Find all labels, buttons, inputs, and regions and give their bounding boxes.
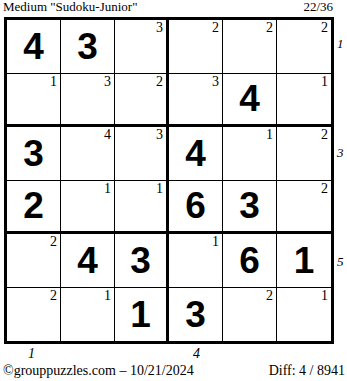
cell-r3c1[interactable]: 3 — [7, 127, 61, 181]
given-digit: 6 — [239, 242, 260, 279]
given-digit: 4 — [77, 242, 98, 279]
pencil-digit: 1 — [212, 235, 219, 250]
pencil-digit: 2 — [50, 235, 57, 250]
cell-r2c5[interactable]: 4 — [223, 74, 277, 128]
row-label-5: 5 — [337, 254, 344, 270]
cell-r5c3[interactable]: 3 — [115, 234, 169, 288]
pencil-digit: 3 — [104, 75, 111, 90]
pencil-digit: 2 — [212, 21, 219, 36]
pencil-digit: 2 — [266, 21, 273, 36]
pencil-digit: 3 — [156, 128, 163, 143]
cell-r1c6[interactable]: 2 — [277, 20, 331, 74]
cell-r2c1[interactable]: 1 — [7, 74, 61, 128]
cell-r4c6[interactable]: 2 — [277, 181, 331, 235]
row-label-1: 1 — [337, 36, 344, 52]
cell-r1c4[interactable]: 2 — [169, 20, 223, 74]
pencil-digit: 1 — [321, 75, 328, 90]
pencil-digit: 2 — [321, 128, 328, 143]
given-digit: 3 — [130, 242, 151, 279]
cell-r2c4[interactable]: 3 — [169, 74, 223, 128]
given-digit: 4 — [23, 28, 44, 65]
given-digit: 3 — [239, 187, 260, 224]
cell-r6c3[interactable]: 1 — [115, 288, 169, 342]
cell-r5c6[interactable]: 1 — [277, 234, 331, 288]
pencil-digit: 1 — [321, 289, 328, 304]
col-label-4: 4 — [193, 346, 200, 362]
pencil-digit: 1 — [50, 75, 57, 90]
pencil-digit: 1 — [104, 182, 111, 197]
pencil-digit: 1 — [156, 182, 163, 197]
cell-r3c5[interactable]: 1 — [223, 127, 277, 181]
cell-r5c2[interactable]: 4 — [61, 234, 115, 288]
page-title: Medium "Sudoku-Junior" — [3, 0, 137, 15]
given-digit: 2 — [23, 187, 44, 224]
board: 433222132341343412211632243161211321 — [4, 17, 334, 344]
col-label-1: 1 — [28, 346, 35, 362]
cell-r4c5[interactable]: 3 — [223, 181, 277, 235]
pencil-digit: 3 — [156, 21, 163, 36]
cell-r3c6[interactable]: 2 — [277, 127, 331, 181]
cell-r2c2[interactable]: 3 — [61, 74, 115, 128]
pencil-digit: 1 — [266, 128, 273, 143]
given-digit: 1 — [130, 296, 151, 333]
cell-r5c1[interactable]: 2 — [7, 234, 61, 288]
cell-r5c4[interactable]: 1 — [169, 234, 223, 288]
pencil-digit: 2 — [321, 182, 328, 197]
pencil-digit: 4 — [104, 128, 111, 143]
cell-r6c4[interactable]: 3 — [169, 288, 223, 342]
given-digit: 4 — [239, 80, 260, 117]
pencil-digit: 2 — [50, 289, 57, 304]
cell-r6c6[interactable]: 1 — [277, 288, 331, 342]
cell-r2c6[interactable]: 1 — [277, 74, 331, 128]
col-labels: 14 — [4, 346, 334, 363]
cell-r2c3[interactable]: 2 — [115, 74, 169, 128]
cell-r1c1[interactable]: 4 — [7, 20, 61, 74]
cell-r1c5[interactable]: 2 — [223, 20, 277, 74]
cell-r5c5[interactable]: 6 — [223, 234, 277, 288]
footer: ©grouppuzzles.com – 10/21/2024 Diff: 4 /… — [3, 363, 345, 379]
given-digit: 3 — [23, 135, 44, 172]
cell-r3c2[interactable]: 4 — [61, 127, 115, 181]
row-labels: 135 — [337, 17, 347, 344]
difficulty-text: Diff: 4 / 8941 — [269, 363, 345, 379]
copyright-text: ©grouppuzzles.com – 10/21/2024 — [3, 363, 194, 379]
pencil-digit: 1 — [104, 289, 111, 304]
pencil-digit: 2 — [321, 21, 328, 36]
cell-r6c2[interactable]: 1 — [61, 288, 115, 342]
cell-r1c2[interactable]: 3 — [61, 20, 115, 74]
given-digit: 6 — [185, 187, 206, 224]
cell-r4c3[interactable]: 1 — [115, 181, 169, 235]
given-digit: 3 — [77, 28, 98, 65]
solve-counter: 22/36 — [303, 0, 333, 15]
cell-r4c1[interactable]: 2 — [7, 181, 61, 235]
puzzle-page: Medium "Sudoku-Junior" 22/36 43322213234… — [0, 0, 347, 381]
given-digit: 4 — [185, 135, 206, 172]
pencil-digit: 3 — [212, 75, 219, 90]
cell-r1c3[interactable]: 3 — [115, 20, 169, 74]
cell-r4c2[interactable]: 1 — [61, 181, 115, 235]
cell-r6c1[interactable]: 2 — [7, 288, 61, 342]
pencil-digit: 2 — [266, 289, 273, 304]
cell-r6c5[interactable]: 2 — [223, 288, 277, 342]
pencil-digit: 2 — [156, 75, 163, 90]
given-digit: 3 — [185, 296, 206, 333]
cell-r3c3[interactable]: 3 — [115, 127, 169, 181]
given-digit: 1 — [294, 242, 315, 279]
row-label-3: 3 — [337, 145, 344, 161]
cell-r4c4[interactable]: 6 — [169, 181, 223, 235]
cell-r3c4[interactable]: 4 — [169, 127, 223, 181]
